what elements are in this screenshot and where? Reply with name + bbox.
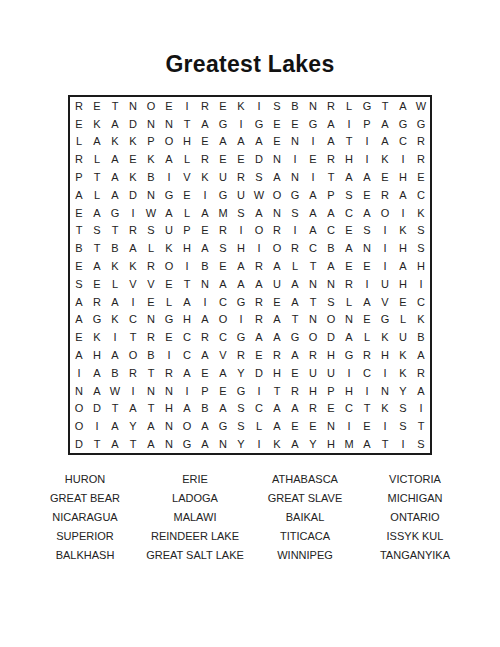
grid-cell-r5c5: B: [142, 168, 160, 186]
grid-cell-r12c5: E: [142, 293, 160, 311]
grid-cell-r11c11: A: [250, 275, 268, 293]
grid-cell-r20c15: H: [322, 435, 340, 453]
grid-cell-r14c20: B: [412, 328, 430, 346]
grid-cell-r8c13: I: [286, 222, 304, 240]
grid-cell-r12c17: A: [358, 293, 376, 311]
grid-cell-r4c4: E: [124, 150, 142, 168]
grid-cell-r12c18: V: [376, 293, 394, 311]
grid-cell-r18c20: I: [412, 400, 430, 418]
grid-cell-r3c12: E: [268, 133, 286, 151]
grid-cell-r7c13: S: [286, 204, 304, 222]
grid-cell-r14c18: K: [376, 328, 394, 346]
grid-cell-r5c4: K: [124, 168, 142, 186]
grid-cell-r17c14: H: [304, 382, 322, 400]
grid-cell-r5c2: T: [88, 168, 106, 186]
grid-cell-r13c15: O: [322, 311, 340, 329]
grid-cell-r9c6: K: [160, 239, 178, 257]
grid-cell-r11c20: I: [412, 275, 430, 293]
grid-cell-r3c13: N: [286, 133, 304, 151]
grid-cell-r9c10: H: [232, 239, 250, 257]
grid-cell-r13c7: H: [178, 311, 196, 329]
grid-cell-r3c2: A: [88, 133, 106, 151]
grid-cell-r2c7: T: [178, 115, 196, 133]
grid-cell-r19c20: T: [412, 417, 430, 435]
grid-cell-r6c2: L: [88, 186, 106, 204]
grid-cell-r14c14: O: [304, 328, 322, 346]
grid-cell-r1c6: E: [160, 97, 178, 115]
grid-cell-r12c16: L: [340, 293, 358, 311]
grid-cell-r10c20: H: [412, 257, 430, 275]
grid-cell-r14c1: E: [70, 328, 88, 346]
grid-cell-r16c19: K: [394, 364, 412, 382]
grid-cell-r17c6: N: [160, 382, 178, 400]
grid-cell-r14c2: K: [88, 328, 106, 346]
grid-cell-r11c8: N: [196, 275, 214, 293]
grid-cell-r18c18: K: [376, 400, 394, 418]
word-item: GREAT SLAVE: [250, 489, 360, 508]
grid-cell-r5c1: P: [70, 168, 88, 186]
grid-cell-r5c14: I: [304, 168, 322, 186]
grid-cell-r16c5: T: [142, 364, 160, 382]
grid-cell-r2c17: P: [358, 115, 376, 133]
grid-cell-r17c12: T: [268, 382, 286, 400]
grid-cell-r16c18: I: [376, 364, 394, 382]
grid-cell-r5c9: U: [214, 168, 232, 186]
grid-cell-r4c7: L: [178, 150, 196, 168]
grid-cell-r9c13: R: [286, 239, 304, 257]
grid-cell-r7c16: C: [340, 204, 358, 222]
grid-cell-r15c4: O: [124, 346, 142, 364]
grid-cell-r6c11: W: [250, 186, 268, 204]
grid-cell-r12c7: A: [178, 293, 196, 311]
grid-cell-r10c9: E: [214, 257, 232, 275]
grid-cell-r1c2: E: [88, 97, 106, 115]
grid-cell-r19c19: S: [394, 417, 412, 435]
grid-cell-r16c15: U: [322, 364, 340, 382]
grid-cell-r8c4: R: [124, 222, 142, 240]
grid-cell-r13c5: N: [142, 311, 160, 329]
grid-cell-r9c3: B: [106, 239, 124, 257]
grid-cell-r1c3: T: [106, 97, 124, 115]
grid-cell-r18c7: A: [178, 400, 196, 418]
grid-cell-r13c1: A: [70, 311, 88, 329]
grid-cell-r18c4: A: [124, 400, 142, 418]
grid-cell-r14c15: D: [322, 328, 340, 346]
grid-cell-r13c11: R: [250, 311, 268, 329]
grid-cell-r11c13: A: [286, 275, 304, 293]
grid-cell-r16c12: H: [268, 364, 286, 382]
word-item: MALAWI: [140, 508, 250, 527]
grid-cell-r6c1: A: [70, 186, 88, 204]
grid-cell-r19c3: A: [106, 417, 124, 435]
grid-cell-r3c6: O: [160, 133, 178, 151]
grid-cell-r9c8: A: [196, 239, 214, 257]
grid-cell-r10c12: A: [268, 257, 286, 275]
grid-cell-r17c16: H: [340, 382, 358, 400]
grid-cell-r17c4: I: [124, 382, 142, 400]
grid-cell-r6c14: A: [304, 186, 322, 204]
grid-cell-r15c11: E: [250, 346, 268, 364]
grid-cell-r20c9: N: [214, 435, 232, 453]
grid-cell-r10c18: I: [376, 257, 394, 275]
grid-cell-r20c11: I: [250, 435, 268, 453]
grid-cell-r17c5: N: [142, 382, 160, 400]
grid-cell-r20c2: T: [88, 435, 106, 453]
grid-cell-r15c20: A: [412, 346, 430, 364]
grid-cell-r3c7: H: [178, 133, 196, 151]
grid-cell-r5c20: E: [412, 168, 430, 186]
grid-cell-r6c5: N: [142, 186, 160, 204]
grid-cell-r6c16: S: [340, 186, 358, 204]
grid-cell-r16c3: B: [106, 364, 124, 382]
grid-cell-r13c16: N: [340, 311, 358, 329]
grid-cell-r3c15: A: [322, 133, 340, 151]
grid-cell-r11c6: E: [160, 275, 178, 293]
word-item: GREAT BEAR: [30, 489, 140, 508]
grid-cell-r15c19: K: [394, 346, 412, 364]
word-column-3: ATHABASCAGREAT SLAVEBAIKALTITICACAWINNIP…: [250, 470, 360, 565]
puzzle-title: Greatest Lakes: [0, 51, 500, 78]
grid-cell-r8c5: S: [142, 222, 160, 240]
word-item: GREAT SALT LAKE: [140, 546, 250, 565]
grid-cell-r8c10: I: [232, 222, 250, 240]
grid-cell-r6c19: A: [394, 186, 412, 204]
grid-cell-r3c20: R: [412, 133, 430, 151]
grid-cell-r6c20: C: [412, 186, 430, 204]
grid-cell-r8c15: C: [322, 222, 340, 240]
grid-cell-r13c6: G: [160, 311, 178, 329]
word-item: ERIE: [140, 470, 250, 489]
grid-cell-r16c11: D: [250, 364, 268, 382]
word-column-1: HURONGREAT BEARNICARAGUASUPERIORBALKHASH: [30, 470, 140, 565]
grid-cell-r6c17: E: [358, 186, 376, 204]
grid-cell-r4c18: K: [376, 150, 394, 168]
grid-cell-r2c1: E: [70, 115, 88, 133]
grid-cell-r6c9: G: [214, 186, 232, 204]
grid-cell-r19c10: S: [232, 417, 250, 435]
grid-cell-r11c19: H: [394, 275, 412, 293]
grid-cell-r4c15: R: [322, 150, 340, 168]
grid-cell-r12c9: C: [214, 293, 232, 311]
grid-cell-r5c3: A: [106, 168, 124, 186]
grid-cell-r7c14: A: [304, 204, 322, 222]
grid-cell-r4c9: E: [214, 150, 232, 168]
grid-cell-r11c18: U: [376, 275, 394, 293]
grid-cell-r7c4: I: [124, 204, 142, 222]
grid-cell-r17c13: R: [286, 382, 304, 400]
grid-cell-r10c8: B: [196, 257, 214, 275]
grid-cell-r13c3: K: [106, 311, 124, 329]
grid-cell-r4c11: D: [250, 150, 268, 168]
grid-cell-r8c8: E: [196, 222, 214, 240]
grid-cell-r8c7: P: [178, 222, 196, 240]
grid-cell-r17c17: I: [358, 382, 376, 400]
grid-cell-r2c5: N: [142, 115, 160, 133]
grid-cell-r1c13: B: [286, 97, 304, 115]
grid-cell-r16c20: R: [412, 364, 430, 382]
grid-cell-r20c4: T: [124, 435, 142, 453]
grid-cell-r4c1: R: [70, 150, 88, 168]
grid-cell-r15c10: R: [232, 346, 250, 364]
grid-cell-r1c5: O: [142, 97, 160, 115]
grid-cell-r15c16: G: [340, 346, 358, 364]
grid-cell-r8c9: R: [214, 222, 232, 240]
grid-cell-r2c11: G: [250, 115, 268, 133]
grid-cell-r9c5: L: [142, 239, 160, 257]
word-item: LADOGA: [140, 489, 250, 508]
grid-cell-r4c6: A: [160, 150, 178, 168]
grid-cell-r16c4: R: [124, 364, 142, 382]
grid-cell-r7c6: A: [160, 204, 178, 222]
grid-cell-r3c4: K: [124, 133, 142, 151]
grid-cell-r18c17: T: [358, 400, 376, 418]
grid-cell-r20c14: Y: [304, 435, 322, 453]
grid-cell-r10c6: O: [160, 257, 178, 275]
grid-cell-r15c6: I: [160, 346, 178, 364]
grid-cell-r18c11: C: [250, 400, 268, 418]
grid-cell-r18c2: D: [88, 400, 106, 418]
grid-cell-r15c9: V: [214, 346, 232, 364]
grid-cell-r15c3: A: [106, 346, 124, 364]
grid-cell-r17c11: I: [250, 382, 268, 400]
grid-cell-r3c19: C: [394, 133, 412, 151]
grid-cell-r6c6: G: [160, 186, 178, 204]
grid-cell-r13c8: A: [196, 311, 214, 329]
grid-cell-r19c13: E: [286, 417, 304, 435]
grid-cell-r12c1: A: [70, 293, 88, 311]
word-item: BAIKAL: [250, 508, 360, 527]
grid-cell-r11c4: V: [124, 275, 142, 293]
grid-cell-r12c4: I: [124, 293, 142, 311]
grid-cell-r4c10: E: [232, 150, 250, 168]
grid-cell-r1c8: R: [196, 97, 214, 115]
grid-cell-r14c5: R: [142, 328, 160, 346]
grid-cell-r16c2: A: [88, 364, 106, 382]
grid-cell-r5c8: K: [196, 168, 214, 186]
grid-cell-r20c17: A: [358, 435, 376, 453]
grid-cell-r6c15: P: [322, 186, 340, 204]
grid-cell-r20c10: Y: [232, 435, 250, 453]
grid-cell-r16c10: Y: [232, 364, 250, 382]
grid-cell-r4c20: R: [412, 150, 430, 168]
grid-cell-r5c19: H: [394, 168, 412, 186]
grid-cell-r19c7: O: [178, 417, 196, 435]
grid-cell-r2c16: I: [340, 115, 358, 133]
grid-cell-r20c18: T: [376, 435, 394, 453]
grid-cell-r14c19: U: [394, 328, 412, 346]
grid-cell-r7c17: A: [358, 204, 376, 222]
grid-cell-r7c9: M: [214, 204, 232, 222]
grid-cell-r19c1: O: [70, 417, 88, 435]
grid-cell-r19c12: A: [268, 417, 286, 435]
grid-cell-r4c17: I: [358, 150, 376, 168]
grid-cell-r3c18: A: [376, 133, 394, 151]
grid-cell-r17c1: N: [70, 382, 88, 400]
grid-cell-r16c1: I: [70, 364, 88, 382]
grid-cell-r1c11: I: [250, 97, 268, 115]
grid-cell-r15c8: A: [196, 346, 214, 364]
grid-cell-r18c6: H: [160, 400, 178, 418]
grid-cell-r9c16: A: [340, 239, 358, 257]
grid-cell-r3c14: I: [304, 133, 322, 151]
grid-cell-r10c7: I: [178, 257, 196, 275]
grid-cell-r3c3: K: [106, 133, 124, 151]
word-item: BALKHASH: [30, 546, 140, 565]
grid-cell-r16c7: A: [178, 364, 196, 382]
word-item: ISSYK KUL: [360, 527, 470, 546]
grid-cell-r19c16: I: [340, 417, 358, 435]
grid-cell-r12c20: C: [412, 293, 430, 311]
word-item: WINNIPEG: [250, 546, 360, 565]
grid-cell-r13c17: E: [358, 311, 376, 329]
grid-cell-r7c8: A: [196, 204, 214, 222]
word-item: HURON: [30, 470, 140, 489]
grid-cell-r8c16: E: [340, 222, 358, 240]
grid-cell-r10c13: L: [286, 257, 304, 275]
grid-cell-r3c9: A: [214, 133, 232, 151]
grid-cell-r6c13: G: [286, 186, 304, 204]
grid-cell-r7c15: A: [322, 204, 340, 222]
grid-cell-r1c15: R: [322, 97, 340, 115]
grid-cell-r17c19: Y: [394, 382, 412, 400]
grid-cell-r14c3: I: [106, 328, 124, 346]
word-item: TANGANYIKA: [360, 546, 470, 565]
grid-cell-r7c19: I: [394, 204, 412, 222]
grid-cell-r20c16: M: [340, 435, 358, 453]
grid-cell-r9c4: A: [124, 239, 142, 257]
grid-cell-r9c11: I: [250, 239, 268, 257]
grid-cell-r7c2: A: [88, 204, 106, 222]
grid-cell-r18c19: S: [394, 400, 412, 418]
grid-cell-r16c9: A: [214, 364, 232, 382]
grid-cell-r12c13: A: [286, 293, 304, 311]
word-item: ATHABASCA: [250, 470, 360, 489]
grid-cell-r15c14: R: [304, 346, 322, 364]
grid-cell-r18c16: C: [340, 400, 358, 418]
grid-cell-r4c8: R: [196, 150, 214, 168]
grid-cell-r4c2: L: [88, 150, 106, 168]
grid-cell-r20c8: A: [196, 435, 214, 453]
grid-cell-r19c11: L: [250, 417, 268, 435]
grid-cell-r18c9: A: [214, 400, 232, 418]
grid-cell-r2c13: E: [286, 115, 304, 133]
grid-cell-r8c6: U: [160, 222, 178, 240]
word-item: SUPERIOR: [30, 527, 140, 546]
grid-cell-r6c4: D: [124, 186, 142, 204]
grid-cell-r7c3: G: [106, 204, 124, 222]
word-column-4: VICTORIAMICHIGANONTARIOISSYK KULTANGANYI…: [360, 470, 470, 565]
grid-cell-r19c6: N: [160, 417, 178, 435]
word-search-page: { "game": "word-search", "title": "Great…: [0, 0, 500, 647]
grid-cell-r9c1: B: [70, 239, 88, 257]
grid-cell-r2c19: G: [394, 115, 412, 133]
grid-cell-r5c16: A: [340, 168, 358, 186]
grid-cell-r9c12: O: [268, 239, 286, 257]
grid-cell-r11c7: T: [178, 275, 196, 293]
grid-cell-r7c11: A: [250, 204, 268, 222]
grid-cell-r6c7: E: [178, 186, 196, 204]
grid-cell-r4c5: K: [142, 150, 160, 168]
grid-cell-r16c17: C: [358, 364, 376, 382]
grid-cell-r11c9: A: [214, 275, 232, 293]
grid-cell-r11c16: R: [340, 275, 358, 293]
grid-cell-r10c2: A: [88, 257, 106, 275]
grid-cell-r5c18: E: [376, 168, 394, 186]
grid-cell-r16c8: E: [196, 364, 214, 382]
word-item: REINDEER LAKE: [140, 527, 250, 546]
grid-cell-r18c13: A: [286, 400, 304, 418]
grid-cell-r10c17: E: [358, 257, 376, 275]
grid-cell-r1c4: N: [124, 97, 142, 115]
grid-cell-r20c3: A: [106, 435, 124, 453]
word-item: NICARAGUA: [30, 508, 140, 527]
grid-cell-r16c16: I: [340, 364, 358, 382]
grid-cell-r5c17: A: [358, 168, 376, 186]
grid-cell-r11c10: A: [232, 275, 250, 293]
grid-cell-r12c8: I: [196, 293, 214, 311]
grid-cell-r20c1: D: [70, 435, 88, 453]
grid-cell-r16c14: U: [304, 364, 322, 382]
grid-cell-r17c8: P: [196, 382, 214, 400]
grid-cell-r13c4: C: [124, 311, 142, 329]
word-search-grid: RETNOEIREKISBNRLGTAWEKADNNTAGIGEEGAIPAGG…: [68, 95, 432, 455]
grid-cell-r3c5: P: [142, 133, 160, 151]
grid-cell-r2c14: G: [304, 115, 322, 133]
grid-cell-r9c18: I: [376, 239, 394, 257]
grid-cell-r1c10: K: [232, 97, 250, 115]
grid-cell-r4c14: E: [304, 150, 322, 168]
grid-cell-r13c14: N: [304, 311, 322, 329]
grid-cell-r18c5: T: [142, 400, 160, 418]
grid-cell-r12c10: G: [232, 293, 250, 311]
grid-cell-r10c3: K: [106, 257, 124, 275]
grid-cell-r20c20: S: [412, 435, 430, 453]
grid-cell-r18c10: S: [232, 400, 250, 418]
grid-cell-r9c20: S: [412, 239, 430, 257]
grid-cell-r14c8: R: [196, 328, 214, 346]
grid-cell-r6c12: O: [268, 186, 286, 204]
grid-cell-r10c16: E: [340, 257, 358, 275]
grid-cell-r13c20: K: [412, 311, 430, 329]
grid-cell-r4c13: I: [286, 150, 304, 168]
grid-cell-r1c9: E: [214, 97, 232, 115]
grid-cell-r15c13: A: [286, 346, 304, 364]
grid-cell-r18c15: E: [322, 400, 340, 418]
grid-cell-r2c3: A: [106, 115, 124, 133]
grid-cell-r7c20: K: [412, 204, 430, 222]
grid-cell-r2c2: K: [88, 115, 106, 133]
grid-cell-r20c6: N: [160, 435, 178, 453]
grid-cell-r3c10: A: [232, 133, 250, 151]
grid-cell-r5c13: N: [286, 168, 304, 186]
grid-cell-r11c17: I: [358, 275, 376, 293]
grid-cell-r3c11: A: [250, 133, 268, 151]
grid-cell-r13c19: L: [394, 311, 412, 329]
grid-cell-r15c17: R: [358, 346, 376, 364]
grid-cell-r9c7: H: [178, 239, 196, 257]
grid-cell-r9c17: N: [358, 239, 376, 257]
grid-cell-r20c5: A: [142, 435, 160, 453]
grid-cell-r20c13: A: [286, 435, 304, 453]
grid-cell-r7c18: O: [376, 204, 394, 222]
grid-cell-r4c3: A: [106, 150, 124, 168]
grid-cell-r17c20: A: [412, 382, 430, 400]
word-column-2: ERIELADOGAMALAWIREINDEER LAKEGREAT SALT …: [140, 470, 250, 565]
grid-cell-r18c1: O: [70, 400, 88, 418]
grid-cell-r19c8: A: [196, 417, 214, 435]
grid-cell-r18c8: B: [196, 400, 214, 418]
grid-cell-r15c15: H: [322, 346, 340, 364]
